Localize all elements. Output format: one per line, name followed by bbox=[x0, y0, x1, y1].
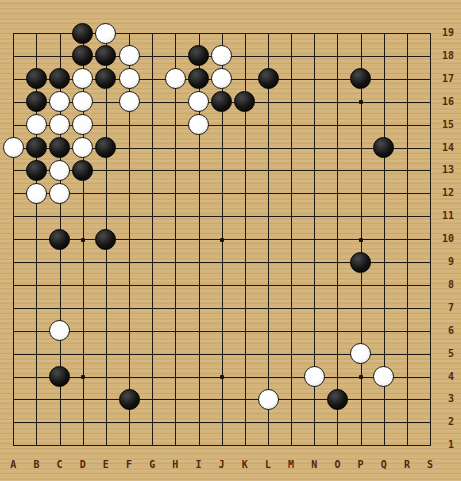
row-label-12: 12 bbox=[433, 187, 454, 198]
stone-white-D14[interactable] bbox=[72, 137, 93, 158]
stone-white-J18[interactable] bbox=[211, 45, 232, 66]
column-label-C: C bbox=[52, 459, 68, 470]
row-label-6: 6 bbox=[433, 325, 454, 336]
grid-line-vertical bbox=[291, 33, 292, 446]
column-label-E: E bbox=[98, 459, 114, 470]
stone-white-C13[interactable] bbox=[49, 160, 70, 181]
stone-black-F3[interactable] bbox=[119, 389, 140, 410]
stone-white-I15[interactable] bbox=[188, 114, 209, 135]
stone-black-P17[interactable] bbox=[350, 68, 371, 89]
column-label-L: L bbox=[260, 459, 276, 470]
stone-white-E19[interactable] bbox=[95, 23, 116, 44]
stone-white-C15[interactable] bbox=[49, 114, 70, 135]
star-point bbox=[81, 238, 85, 242]
row-label-4: 4 bbox=[433, 371, 454, 382]
row-label-13: 13 bbox=[433, 164, 454, 175]
stone-white-F16[interactable] bbox=[119, 91, 140, 112]
stone-black-C4[interactable] bbox=[49, 366, 70, 387]
stone-white-P5[interactable] bbox=[350, 343, 371, 364]
column-label-A: A bbox=[5, 459, 21, 470]
column-label-O: O bbox=[329, 459, 345, 470]
stone-black-E17[interactable] bbox=[95, 68, 116, 89]
column-label-J: J bbox=[214, 459, 230, 470]
stone-white-C16[interactable] bbox=[49, 91, 70, 112]
stone-white-B12[interactable] bbox=[26, 183, 47, 204]
stone-black-J16[interactable] bbox=[211, 91, 232, 112]
column-label-M: M bbox=[283, 459, 299, 470]
star-point bbox=[359, 238, 363, 242]
stone-white-B15[interactable] bbox=[26, 114, 47, 135]
stone-black-D13[interactable] bbox=[72, 160, 93, 181]
stone-white-I16[interactable] bbox=[188, 91, 209, 112]
row-label-1: 1 bbox=[433, 439, 454, 450]
stone-black-C17[interactable] bbox=[49, 68, 70, 89]
stone-black-B13[interactable] bbox=[26, 160, 47, 181]
stone-black-E14[interactable] bbox=[95, 137, 116, 158]
star-point bbox=[220, 238, 224, 242]
stone-black-B16[interactable] bbox=[26, 91, 47, 112]
stone-white-C6[interactable] bbox=[49, 320, 70, 341]
star-point bbox=[359, 100, 363, 104]
grid-line-vertical bbox=[337, 33, 338, 446]
row-label-8: 8 bbox=[433, 279, 454, 290]
row-label-17: 17 bbox=[433, 73, 454, 84]
row-label-19: 19 bbox=[433, 27, 454, 38]
stone-black-D19[interactable] bbox=[72, 23, 93, 44]
stone-black-C14[interactable] bbox=[49, 137, 70, 158]
star-point bbox=[220, 375, 224, 379]
stone-black-C10[interactable] bbox=[49, 229, 70, 250]
column-label-N: N bbox=[306, 459, 322, 470]
go-board-screenshot: ABCDEFGHIJKLMNOPQRS191817161514131211109… bbox=[0, 0, 461, 481]
stone-white-F18[interactable] bbox=[119, 45, 140, 66]
grid-line-vertical bbox=[430, 33, 431, 446]
grid-line-vertical bbox=[407, 33, 408, 446]
grid-line-horizontal bbox=[13, 422, 431, 423]
stone-white-H17[interactable] bbox=[165, 68, 186, 89]
stone-black-I18[interactable] bbox=[188, 45, 209, 66]
row-label-10: 10 bbox=[433, 233, 454, 244]
column-label-P: P bbox=[353, 459, 369, 470]
grid-line-horizontal bbox=[13, 399, 431, 400]
stone-white-Q4[interactable] bbox=[373, 366, 394, 387]
row-label-16: 16 bbox=[433, 96, 454, 107]
stone-white-D15[interactable] bbox=[72, 114, 93, 135]
row-label-7: 7 bbox=[433, 302, 454, 313]
stone-black-L17[interactable] bbox=[258, 68, 279, 89]
grid-line-vertical bbox=[268, 33, 269, 446]
column-label-H: H bbox=[167, 459, 183, 470]
grid-line-horizontal bbox=[13, 331, 431, 332]
stone-black-E18[interactable] bbox=[95, 45, 116, 66]
stone-white-D16[interactable] bbox=[72, 91, 93, 112]
column-label-S: S bbox=[422, 459, 438, 470]
stone-black-O3[interactable] bbox=[327, 389, 348, 410]
row-label-3: 3 bbox=[433, 393, 454, 404]
stone-black-K16[interactable] bbox=[234, 91, 255, 112]
go-board[interactable]: ABCDEFGHIJKLMNOPQRS191817161514131211109… bbox=[0, 0, 461, 481]
grid-line-horizontal bbox=[13, 308, 431, 309]
column-label-B: B bbox=[28, 459, 44, 470]
row-label-15: 15 bbox=[433, 119, 454, 130]
star-point bbox=[81, 375, 85, 379]
row-label-11: 11 bbox=[433, 210, 454, 221]
row-label-5: 5 bbox=[433, 348, 454, 359]
column-label-G: G bbox=[144, 459, 160, 470]
stone-white-N4[interactable] bbox=[304, 366, 325, 387]
stone-white-J17[interactable] bbox=[211, 68, 232, 89]
stone-white-C12[interactable] bbox=[49, 183, 70, 204]
stone-black-B17[interactable] bbox=[26, 68, 47, 89]
row-label-14: 14 bbox=[433, 142, 454, 153]
stone-black-D18[interactable] bbox=[72, 45, 93, 66]
column-label-Q: Q bbox=[376, 459, 392, 470]
grid-line-horizontal bbox=[13, 445, 431, 446]
stone-white-A14[interactable] bbox=[3, 137, 24, 158]
column-label-I: I bbox=[191, 459, 207, 470]
column-label-D: D bbox=[75, 459, 91, 470]
stone-black-I17[interactable] bbox=[188, 68, 209, 89]
column-label-R: R bbox=[399, 459, 415, 470]
stone-white-D17[interactable] bbox=[72, 68, 93, 89]
stone-black-E10[interactable] bbox=[95, 229, 116, 250]
column-label-F: F bbox=[121, 459, 137, 470]
row-label-9: 9 bbox=[433, 256, 454, 267]
stone-black-Q14[interactable] bbox=[373, 137, 394, 158]
grid-line-horizontal bbox=[13, 285, 431, 286]
stone-white-F17[interactable] bbox=[119, 68, 140, 89]
stone-white-L3[interactable] bbox=[258, 389, 279, 410]
column-label-K: K bbox=[237, 459, 253, 470]
row-label-18: 18 bbox=[433, 50, 454, 61]
stone-black-B14[interactable] bbox=[26, 137, 47, 158]
star-point bbox=[359, 375, 363, 379]
stone-black-P9[interactable] bbox=[350, 252, 371, 273]
row-label-2: 2 bbox=[433, 416, 454, 427]
